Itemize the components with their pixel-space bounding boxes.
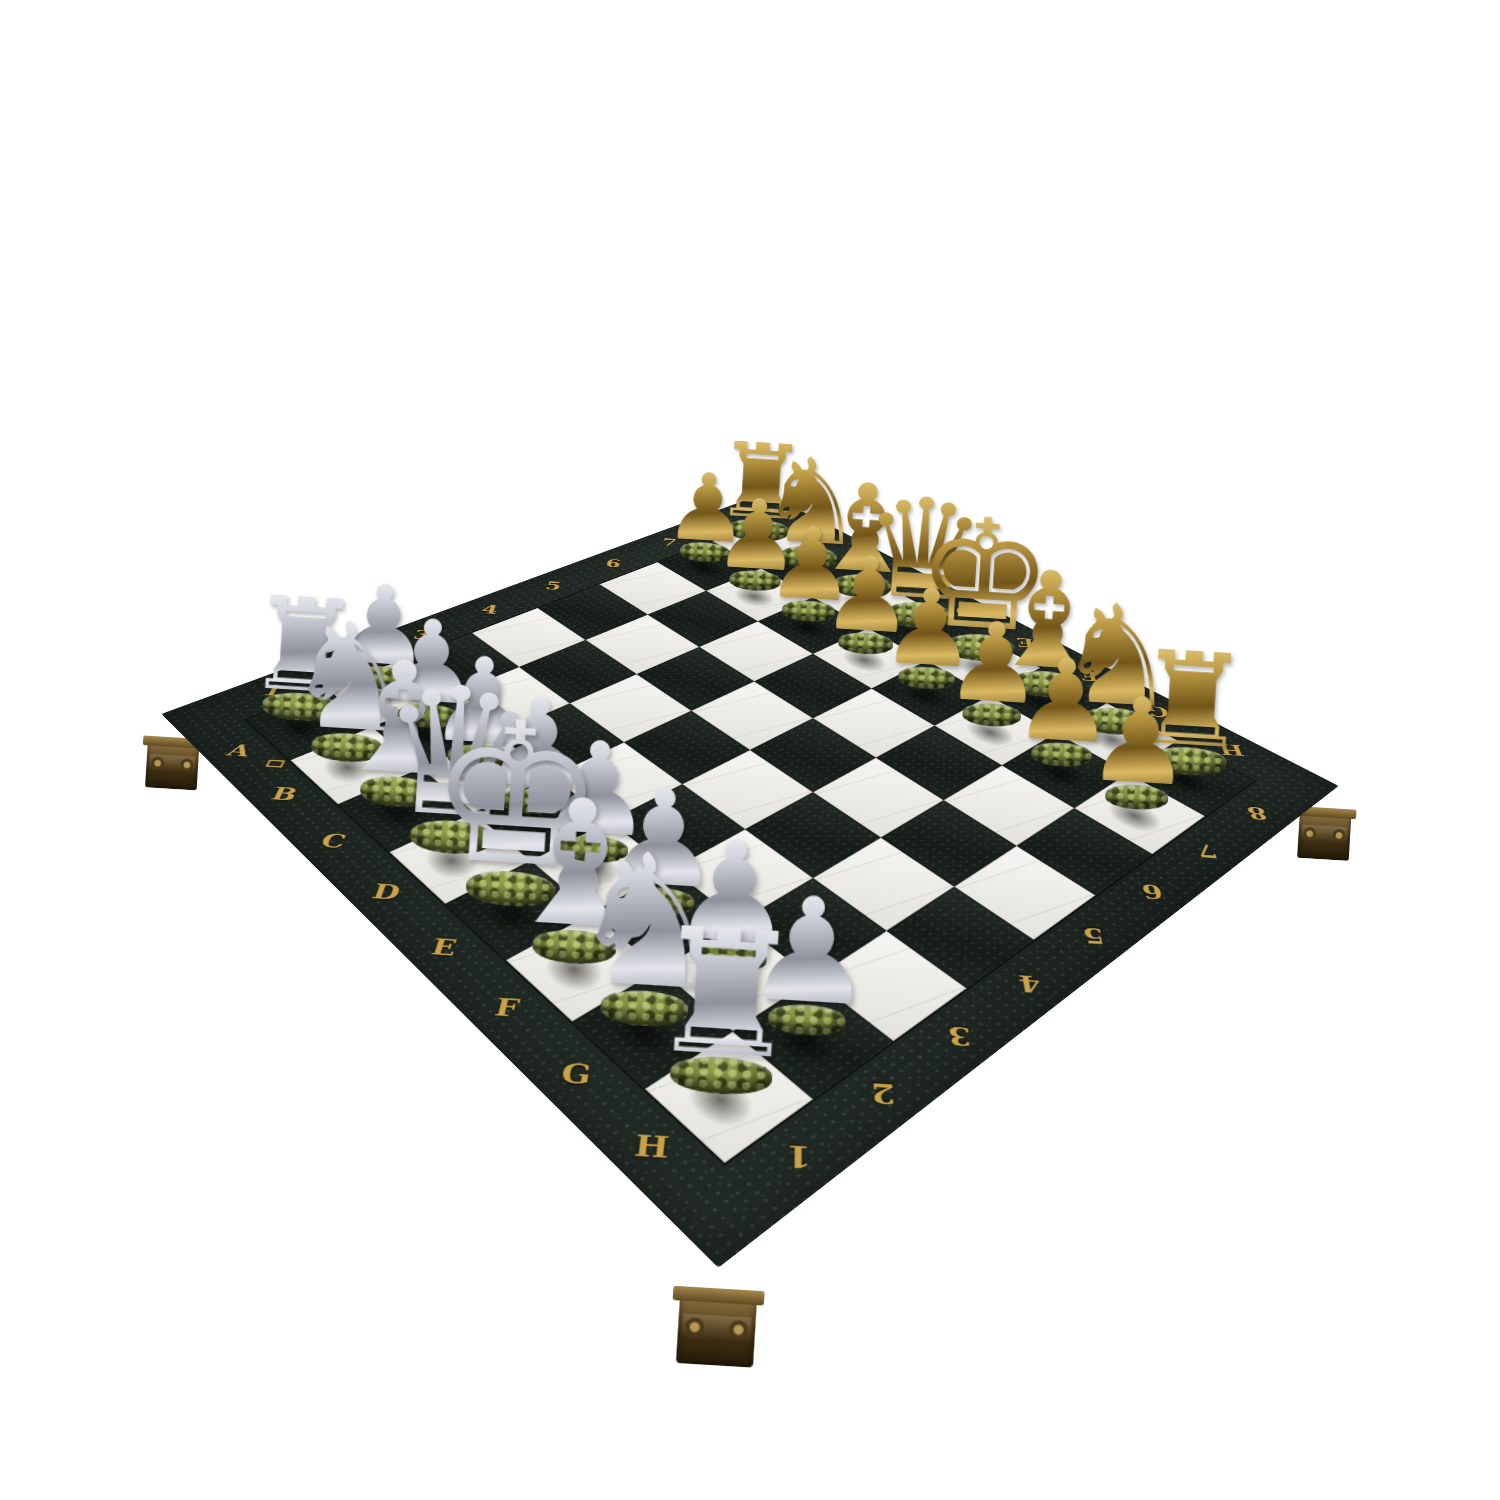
piece-brass-pawn-h7: ♟ bbox=[1025, 676, 1255, 816]
file-label-far-a: A bbox=[793, 522, 816, 534]
camera-tilt: AABBCCDDEEFFGGHH1122334455667788 ♜♞♟♝♟♛♟… bbox=[0, 0, 1500, 1500]
file-label-far-d: D bbox=[952, 604, 979, 618]
file-label-far-b: B bbox=[843, 548, 867, 560]
file-label-far-c: C bbox=[896, 575, 921, 588]
rank-label-left-6: 6 bbox=[600, 557, 627, 570]
perspective-container: AABBCCDDEEFFGGHH1122334455667788 ♜♞♟♝♟♛♟… bbox=[0, 0, 1500, 1500]
pawn-figure-glyph: ♟ bbox=[1084, 680, 1196, 804]
product-photo: AABBCCDDEEFFGGHH1122334455667788 ♜♞♟♝♟♛♟… bbox=[0, 0, 1500, 1500]
rank-label-left-7: 7 bbox=[657, 536, 682, 548]
rank-label-left-8: 8 bbox=[711, 517, 735, 529]
rook-figure-glyph: ♜ bbox=[644, 902, 809, 1084]
piece-silver-rook-h1: ♜ bbox=[577, 898, 876, 1102]
rank-label-left-5: 5 bbox=[539, 579, 567, 593]
chessboard: AABBCCDDEEFFGGHH1122334455667788 ♜♞♟♝♟♛♟… bbox=[161, 493, 1339, 1268]
